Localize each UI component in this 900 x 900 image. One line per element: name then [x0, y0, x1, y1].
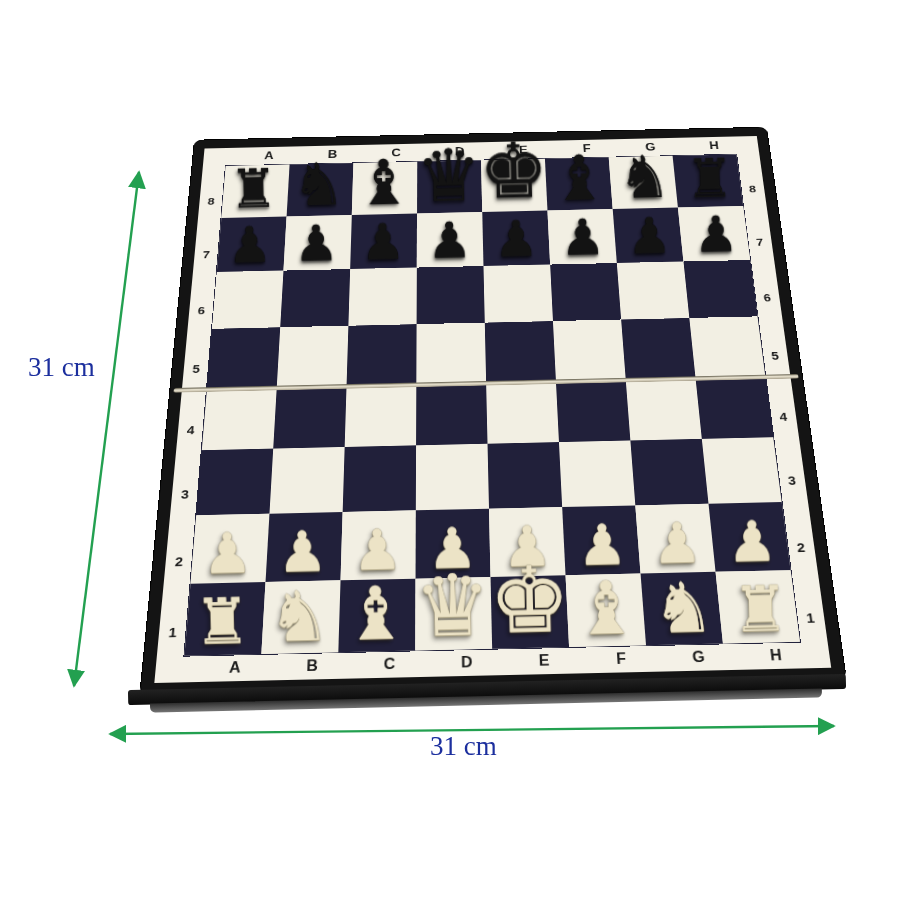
square-h6 — [683, 260, 757, 318]
square-g3 — [630, 439, 708, 506]
square-b4 — [273, 385, 346, 449]
white-bishop: ♝ — [573, 571, 640, 645]
black-pawn: ♟ — [693, 209, 739, 260]
black-pawn: ♟ — [227, 220, 273, 271]
square-c1: ♝ — [338, 579, 415, 653]
black-knight: ♞ — [292, 155, 346, 215]
square-d6 — [417, 266, 485, 324]
square-a6 — [212, 271, 283, 329]
square-b7: ♟ — [283, 215, 351, 271]
square-g8: ♞ — [609, 156, 678, 209]
file-label-h: H — [681, 136, 747, 155]
square-g1: ♞ — [641, 572, 723, 645]
square-f8: ♝ — [545, 157, 613, 210]
square-d7: ♟ — [417, 212, 484, 268]
square-c5 — [347, 324, 417, 385]
height-dimension-label: 31 cm — [28, 352, 95, 383]
square-c2: ♟ — [341, 510, 416, 580]
square-a3 — [196, 449, 273, 516]
square-e3 — [488, 442, 563, 509]
square-f5 — [553, 319, 626, 380]
square-h5 — [689, 316, 765, 377]
square-a2: ♟ — [191, 514, 270, 584]
chess-board-grid: ♜♞♝♛♚♝♞♜♟♟♟♟♟♟♟♟♟♟♟♟♟♟♟♟♜♞♝♛♚♝♞♜ — [184, 154, 799, 655]
square-d8: ♛ — [417, 160, 482, 213]
square-d4 — [416, 382, 487, 446]
white-rook: ♜ — [731, 577, 789, 641]
square-b5 — [277, 326, 349, 387]
rank-label-1: 1 — [156, 596, 190, 669]
square-b8: ♞ — [287, 163, 354, 216]
file-label-c: C — [364, 143, 428, 163]
file-label-e: E — [505, 647, 583, 675]
square-e6 — [483, 265, 552, 323]
square-g6 — [617, 262, 689, 320]
white-rook: ♜ — [193, 589, 251, 653]
square-f4 — [556, 379, 631, 443]
white-knight: ♞ — [652, 573, 715, 643]
square-d3 — [416, 444, 489, 511]
file-label-f: F — [582, 645, 661, 673]
black-rook: ♜ — [229, 162, 278, 217]
square-h2: ♟ — [709, 502, 791, 572]
square-g2: ♟ — [635, 504, 715, 574]
white-pawn: ♟ — [577, 516, 628, 573]
square-a8: ♜ — [221, 165, 289, 218]
square-b6 — [280, 269, 350, 327]
square-c7: ♟ — [350, 213, 417, 269]
square-h3 — [702, 437, 782, 504]
square-f6 — [550, 263, 621, 321]
width-dimension-label: 31 cm — [430, 731, 497, 762]
square-b2: ♟ — [266, 512, 343, 582]
square-g4 — [626, 377, 702, 440]
square-g7: ♟ — [613, 208, 684, 263]
square-e1: ♚ — [491, 575, 570, 648]
square-h1: ♜ — [716, 570, 800, 643]
file-label-f: F — [555, 139, 620, 158]
square-g5 — [621, 318, 695, 379]
square-h8: ♜ — [673, 154, 744, 207]
square-h4 — [695, 375, 773, 438]
square-c4 — [345, 383, 417, 447]
square-f7: ♟ — [547, 209, 616, 265]
square-a4 — [202, 386, 277, 450]
square-d1: ♛ — [415, 577, 492, 650]
product-photo-canvas: ABCDEFGH 87654321 ♜♞♝♛♚♝♞♜♟♟♟♟♟♟♟♟♟♟♟♟♟♟… — [0, 0, 900, 900]
white-pawn: ♟ — [652, 515, 703, 572]
white-bishop: ♝ — [342, 576, 409, 650]
square-b1: ♞ — [261, 580, 340, 654]
file-label-d: D — [428, 648, 506, 676]
black-knight: ♞ — [618, 148, 672, 208]
square-e4 — [486, 380, 559, 444]
black-pawn: ♟ — [627, 211, 673, 262]
white-knight: ♞ — [267, 581, 330, 651]
square-f1: ♝ — [566, 574, 646, 647]
chess-board-scene: ABCDEFGH 87654321 ♜♞♝♛♚♝♞♜♟♟♟♟♟♟♟♟♟♟♟♟♟♟… — [126, 50, 846, 704]
square-c6 — [348, 268, 416, 326]
file-label-g: G — [659, 643, 739, 671]
square-b3 — [269, 447, 344, 514]
white-pawn: ♟ — [502, 518, 553, 575]
white-pawn: ♟ — [727, 513, 778, 570]
square-a7: ♟ — [217, 216, 287, 272]
square-c8: ♝ — [352, 162, 417, 215]
square-e7: ♟ — [482, 211, 550, 267]
square-e8: ♚ — [481, 159, 547, 212]
square-a1: ♜ — [184, 582, 265, 656]
square-e2: ♟ — [489, 507, 566, 577]
file-label-b: B — [300, 145, 364, 165]
black-pawn: ♟ — [427, 215, 473, 266]
black-pawn: ♟ — [360, 217, 406, 268]
black-pawn: ♟ — [560, 212, 606, 263]
board-perspective-wrapper: ABCDEFGH 87654321 ♜♞♝♛♚♝♞♜♟♟♟♟♟♟♟♟♟♟♟♟♟♟… — [140, 127, 846, 696]
square-d5 — [416, 323, 486, 384]
file-label-a: A — [236, 146, 301, 166]
square-h7: ♟ — [678, 206, 750, 261]
white-pawn: ♟ — [277, 523, 328, 580]
board-face: ABCDEFGH 87654321 ♜♞♝♛♚♝♞♜♟♟♟♟♟♟♟♟♟♟♟♟♟♟… — [154, 136, 831, 683]
white-pawn: ♟ — [202, 525, 253, 582]
square-f3 — [559, 440, 635, 507]
square-c3 — [343, 445, 416, 512]
square-a5 — [207, 327, 280, 388]
black-pawn: ♟ — [493, 214, 539, 265]
file-label-e: E — [491, 140, 555, 159]
file-label-a: A — [195, 654, 274, 682]
file-label-c: C — [350, 650, 428, 678]
white-pawn: ♟ — [427, 520, 478, 577]
white-pawn: ♟ — [352, 521, 403, 578]
black-rook: ♜ — [685, 151, 734, 206]
file-label-g: G — [618, 138, 683, 157]
square-f2: ♟ — [562, 505, 640, 575]
square-d2: ♟ — [416, 509, 491, 579]
black-pawn: ♟ — [294, 218, 340, 269]
file-label-d: D — [428, 142, 492, 161]
square-e5 — [485, 321, 556, 382]
file-label-b: B — [273, 652, 351, 680]
board-frame: ABCDEFGH 87654321 ♜♞♝♛♚♝♞♜♟♟♟♟♟♟♟♟♟♟♟♟♟♟… — [140, 127, 846, 696]
